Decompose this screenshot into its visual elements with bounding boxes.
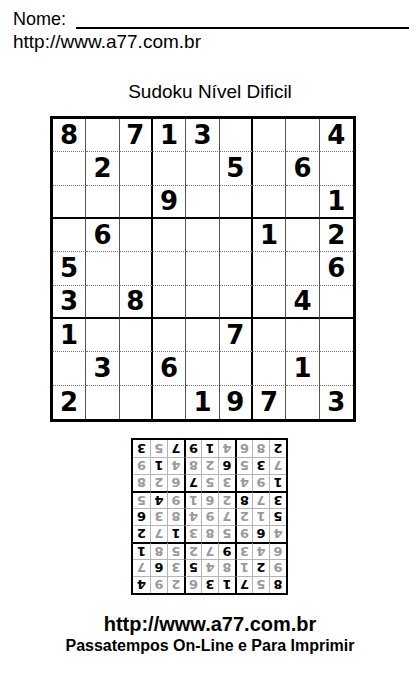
puzzle-cell-r1c5: 3 (186, 119, 219, 152)
puzzle-cell-r9c3 (120, 386, 153, 419)
puzzle-cell-r3c6 (220, 186, 253, 219)
solution-cell-r7c5: 5 (201, 474, 218, 491)
puzzle-cell-r2c8: 6 (286, 152, 319, 185)
puzzle-cell-r2c1 (53, 152, 86, 185)
puzzle-cell-r4c7: 1 (253, 219, 286, 252)
solution-cell-r5c8: 3 (150, 508, 167, 525)
solution-cell-r6c1: 3 (269, 491, 286, 508)
solution-cell-r3c4: 9 (218, 542, 235, 559)
solution-cell-r2c3: 1 (235, 559, 252, 576)
puzzle-cell-r1c4: 1 (153, 119, 186, 152)
puzzle-cell-r3c1 (53, 186, 86, 219)
solution-cell-r2c6: 5 (184, 559, 201, 576)
puzzle-cell-r8c6 (220, 352, 253, 385)
solution-cell-r6c4: 2 (218, 491, 235, 508)
puzzle-cell-r1c9: 4 (320, 119, 353, 152)
page-title: Sudoku Nível Dificil (0, 81, 420, 103)
solution-cell-r2c9: 7 (133, 559, 150, 576)
puzzle-cell-r8c1 (53, 352, 86, 385)
header-site-url: http://www.a77.com.br (13, 31, 201, 53)
puzzle-cell-r5c5 (186, 252, 219, 285)
solution-cell-r1c6: 6 (184, 576, 201, 593)
main-sudoku-grid: 8713425691612563841736121973 (50, 116, 356, 422)
footer-tagline: Passatempos On-Line e Para Imprimir (0, 636, 420, 655)
solution-cell-r2c2: 2 (252, 559, 269, 576)
puzzle-cell-r5c7 (253, 252, 286, 285)
solution-cell-r4c1: 4 (269, 525, 286, 542)
puzzle-cell-r3c9: 1 (320, 186, 353, 219)
solution-cell-r5c3: 2 (235, 508, 252, 525)
puzzle-cell-r1c1: 8 (53, 119, 86, 152)
puzzle-cell-r6c1: 3 (53, 286, 86, 319)
puzzle-cell-r3c7 (253, 186, 286, 219)
solution-cell-r1c1: 8 (269, 576, 286, 593)
solution-cell-r8c3: 5 (235, 457, 252, 474)
puzzle-cell-r8c4: 6 (153, 352, 186, 385)
puzzle-cell-r1c3: 7 (120, 119, 153, 152)
solution-cell-r6c7: 9 (167, 491, 184, 508)
solution-cell-r6c5: 6 (201, 491, 218, 508)
puzzle-cell-r7c7 (253, 319, 286, 352)
puzzle-cell-r4c8 (286, 219, 319, 252)
solution-cell-r9c7: 7 (167, 440, 184, 457)
solution-cell-r7c6: 7 (184, 474, 201, 491)
solution-cell-r1c8: 9 (150, 576, 167, 593)
puzzle-cell-r6c7 (253, 286, 286, 319)
puzzle-cell-r4c9: 2 (320, 219, 353, 252)
solution-cell-r1c4: 1 (218, 576, 235, 593)
puzzle-cell-r4c6 (220, 219, 253, 252)
solution-cell-r4c4: 5 (218, 525, 235, 542)
solution-cell-r9c1: 2 (269, 440, 286, 457)
puzzle-cell-r1c6 (220, 119, 253, 152)
puzzle-cell-r4c4 (153, 219, 186, 252)
puzzle-cell-r7c3 (120, 319, 153, 352)
puzzle-cell-r7c2 (86, 319, 119, 352)
solution-cell-r8c8: 1 (150, 457, 167, 474)
solution-cell-r3c3: 3 (235, 542, 252, 559)
solution-cell-r7c1: 1 (269, 474, 286, 491)
puzzle-cell-r5c2 (86, 252, 119, 285)
puzzle-cell-r4c5 (186, 219, 219, 252)
solution-cell-r1c5: 3 (201, 576, 218, 593)
solution-cell-r4c7: 1 (167, 525, 184, 542)
name-fill-in-line (76, 11, 409, 29)
puzzle-cell-r2c3 (120, 152, 153, 185)
puzzle-cell-r2c9 (320, 152, 353, 185)
solution-cell-r4c9: 2 (133, 525, 150, 542)
puzzle-cell-r2c5 (186, 152, 219, 185)
puzzle-cell-r6c5 (186, 286, 219, 319)
solution-cell-r8c1: 7 (269, 457, 286, 474)
solution-cell-r3c5: 7 (201, 542, 218, 559)
puzzle-cell-r9c4 (153, 386, 186, 419)
puzzle-cell-r7c4 (153, 319, 186, 352)
solution-cell-r9c9: 3 (133, 440, 150, 457)
solution-cell-r5c2: 1 (252, 508, 269, 525)
solution-cell-r7c9: 8 (133, 474, 150, 491)
puzzle-cell-r6c3: 8 (120, 286, 153, 319)
footer: http://www.a77.com.br Passatempos On-Lin… (0, 613, 420, 655)
puzzle-cell-r5c8 (286, 252, 319, 285)
puzzle-cell-r8c9 (320, 352, 353, 385)
puzzle-cell-r5c1: 5 (53, 252, 86, 285)
solution-cell-r8c5: 2 (201, 457, 218, 474)
solution-cell-r8c9: 9 (133, 457, 150, 474)
solution-cell-r6c8: 4 (150, 491, 167, 508)
puzzle-cell-r9c9: 3 (320, 386, 353, 419)
solution-cell-r2c5: 4 (201, 559, 218, 576)
solution-cell-r3c2: 4 (252, 542, 269, 559)
solution-cell-r8c7: 4 (167, 457, 184, 474)
puzzle-cell-r8c8: 1 (286, 352, 319, 385)
solution-cell-r7c2: 9 (252, 474, 269, 491)
solution-cell-r4c6: 3 (184, 525, 201, 542)
puzzle-cell-r4c2: 6 (86, 219, 119, 252)
solution-cell-r1c3: 7 (235, 576, 252, 593)
puzzle-cell-r5c3 (120, 252, 153, 285)
solution-cell-r2c8: 6 (150, 559, 167, 576)
solution-cell-r7c3: 4 (235, 474, 252, 491)
solution-cell-r3c1: 6 (269, 542, 286, 559)
solution-cell-r9c3: 6 (235, 440, 252, 457)
puzzle-cell-r2c7 (253, 152, 286, 185)
solution-cell-r8c2: 3 (252, 457, 269, 474)
solution-cell-r6c2: 7 (252, 491, 269, 508)
solution-cell-r8c6: 8 (184, 457, 201, 474)
solution-cell-r1c2: 5 (252, 576, 269, 593)
puzzle-cell-r7c1: 1 (53, 319, 86, 352)
solution-cell-r9c5: 1 (201, 440, 218, 457)
solution-cell-r5c7: 8 (167, 508, 184, 525)
puzzle-cell-r5c9: 6 (320, 252, 353, 285)
puzzle-cell-r6c8: 4 (286, 286, 319, 319)
puzzle-cell-r3c2 (86, 186, 119, 219)
puzzle-cell-r8c3 (120, 352, 153, 385)
solution-cell-r5c1: 5 (269, 508, 286, 525)
puzzle-cell-r9c1: 2 (53, 386, 86, 419)
solution-cell-r6c3: 8 (235, 491, 252, 508)
puzzle-cell-r9c5: 1 (186, 386, 219, 419)
solution-cell-r3c6: 2 (184, 542, 201, 559)
solution-cell-r6c9: 5 (133, 491, 150, 508)
name-row: Nome: (13, 10, 409, 29)
puzzle-cell-r5c6 (220, 252, 253, 285)
footer-site-url: http://www.a77.com.br (0, 613, 420, 636)
puzzle-cell-r9c7: 7 (253, 386, 286, 419)
solution-cell-r4c5: 8 (201, 525, 218, 542)
puzzle-cell-r6c2 (86, 286, 119, 319)
puzzle-cell-r7c5 (186, 319, 219, 352)
puzzle-cell-r8c2: 3 (86, 352, 119, 385)
puzzle-cell-r8c7 (253, 352, 286, 385)
solution-cell-r7c4: 3 (218, 474, 235, 491)
puzzle-cell-r6c4 (153, 286, 186, 319)
solution-cell-r4c8: 7 (150, 525, 167, 542)
puzzle-cell-r3c4: 9 (153, 186, 186, 219)
solution-cell-r2c7: 3 (167, 559, 184, 576)
puzzle-cell-r7c6: 7 (220, 319, 253, 352)
puzzle-cell-r3c3 (120, 186, 153, 219)
solution-cell-r2c4: 8 (218, 559, 235, 576)
solution-cell-r9c2: 8 (252, 440, 269, 457)
puzzle-cell-r7c8 (286, 319, 319, 352)
solution-cell-r5c9: 6 (133, 508, 150, 525)
solution-cell-r6c6: 1 (184, 491, 201, 508)
puzzle-cell-r1c2 (86, 119, 119, 152)
puzzle-cell-r2c6: 5 (220, 152, 253, 185)
puzzle-cell-r8c5 (186, 352, 219, 385)
solution-cell-r7c7: 6 (167, 474, 184, 491)
puzzle-cell-r4c1 (53, 219, 86, 252)
puzzle-cell-r2c4 (153, 152, 186, 185)
puzzle-cell-r5c4 (153, 252, 186, 285)
solution-cell-r5c6: 4 (184, 508, 201, 525)
puzzle-cell-r3c8 (286, 186, 319, 219)
puzzle-cell-r6c6 (220, 286, 253, 319)
puzzle-cell-r7c9 (320, 319, 353, 352)
name-label: Nome: (13, 10, 66, 29)
puzzle-cell-r4c3 (120, 219, 153, 252)
solution-cell-r9c6: 9 (184, 440, 201, 457)
solution-cell-r2c1: 9 (269, 559, 286, 576)
solution-cell-r5c5: 9 (201, 508, 218, 525)
puzzle-cell-r1c7 (253, 119, 286, 152)
solution-cell-r3c7: 5 (167, 542, 184, 559)
puzzle-cell-r9c8 (286, 386, 319, 419)
solution-cell-r9c8: 5 (150, 440, 167, 457)
solution-cell-r7c8: 2 (150, 474, 167, 491)
solution-cell-r4c3: 9 (235, 525, 252, 542)
puzzle-cell-r1c8 (286, 119, 319, 152)
solution-cell-r3c8: 8 (150, 542, 167, 559)
solution-cell-r4c2: 6 (252, 525, 269, 542)
puzzle-cell-r6c9 (320, 286, 353, 319)
puzzle-cell-r3c5 (186, 186, 219, 219)
solution-cell-r1c9: 4 (133, 576, 150, 593)
solution-cell-r3c9: 1 (133, 542, 150, 559)
solution-cell-r1c7: 2 (167, 576, 184, 593)
solution-cell-r5c4: 7 (218, 508, 235, 525)
solution-grid-upside-down: 8571362949218453676439725814695831725127… (131, 438, 288, 595)
puzzle-cell-r2c2: 2 (86, 152, 119, 185)
solution-cell-r9c4: 4 (218, 440, 235, 457)
puzzle-cell-r9c2 (86, 386, 119, 419)
solution-cell-r8c4: 6 (218, 457, 235, 474)
puzzle-cell-r9c6: 9 (220, 386, 253, 419)
